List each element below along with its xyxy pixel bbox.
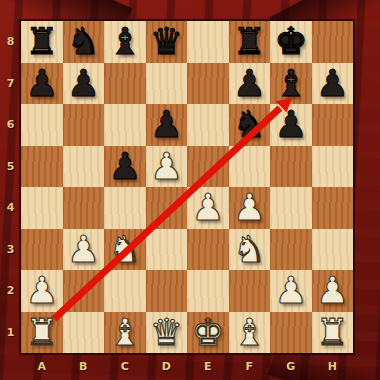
piece-white-pawn-a2[interactable]: ♟ bbox=[25, 272, 58, 309]
file-label-b: B bbox=[63, 353, 105, 380]
rank-label-1: 1 bbox=[0, 312, 21, 354]
square-d7[interactable] bbox=[146, 63, 188, 105]
piece-white-pawn-f4[interactable]: ♟ bbox=[233, 189, 266, 226]
square-f6[interactable]: ♞ bbox=[229, 104, 271, 146]
square-h3[interactable] bbox=[312, 229, 354, 271]
piece-white-pawn-g2[interactable]: ♟ bbox=[274, 272, 307, 309]
square-h8[interactable] bbox=[312, 21, 354, 63]
square-a2[interactable]: ♟ bbox=[21, 270, 63, 312]
piece-black-pawn-f7[interactable]: ♟ bbox=[233, 65, 266, 102]
piece-white-king-e1[interactable]: ♚ bbox=[191, 314, 224, 351]
piece-black-pawn-c5[interactable]: ♟ bbox=[108, 148, 141, 185]
file-label-f: F bbox=[229, 353, 271, 380]
square-e2[interactable] bbox=[187, 270, 229, 312]
square-d2[interactable] bbox=[146, 270, 188, 312]
file-label-a: A bbox=[21, 353, 63, 380]
square-d4[interactable] bbox=[146, 187, 188, 229]
square-b5[interactable] bbox=[63, 146, 105, 188]
piece-white-pawn-d5[interactable]: ♟ bbox=[150, 148, 183, 185]
piece-black-rook-a8[interactable]: ♜ bbox=[25, 23, 58, 60]
square-g3[interactable] bbox=[270, 229, 312, 271]
square-e3[interactable] bbox=[187, 229, 229, 271]
file-label-g: G bbox=[270, 353, 312, 380]
piece-white-knight-c3[interactable]: ♞ bbox=[108, 231, 141, 268]
square-g1[interactable] bbox=[270, 312, 312, 354]
square-a7[interactable]: ♟ bbox=[21, 63, 63, 105]
square-a8[interactable]: ♜ bbox=[21, 21, 63, 63]
rank-label-7: 7 bbox=[0, 63, 21, 105]
square-c2[interactable] bbox=[104, 270, 146, 312]
chess-board[interactable]: ♜♞♝♛♜♚♟♟♟♝♟♟♞♟♟♟♟♟♟♞♞♟♟♟♜♝♛♚♝♜ bbox=[21, 21, 353, 353]
square-f4[interactable]: ♟ bbox=[229, 187, 271, 229]
rank-label-8: 8 bbox=[0, 21, 21, 63]
square-b7[interactable]: ♟ bbox=[63, 63, 105, 105]
square-b1[interactable] bbox=[63, 312, 105, 354]
piece-black-rook-f8[interactable]: ♜ bbox=[233, 23, 266, 60]
piece-black-pawn-a7[interactable]: ♟ bbox=[25, 65, 58, 102]
square-c4[interactable] bbox=[104, 187, 146, 229]
square-a5[interactable] bbox=[21, 146, 63, 188]
piece-black-queen-d8[interactable]: ♛ bbox=[150, 23, 183, 60]
piece-white-pawn-e4[interactable]: ♟ bbox=[191, 189, 224, 226]
square-d3[interactable] bbox=[146, 229, 188, 271]
square-a1[interactable]: ♜ bbox=[21, 312, 63, 354]
square-c3[interactable]: ♞ bbox=[104, 229, 146, 271]
rank-label-2: 2 bbox=[0, 270, 21, 312]
rank-label-5: 5 bbox=[0, 146, 21, 188]
square-b3[interactable]: ♟ bbox=[63, 229, 105, 271]
square-c8[interactable]: ♝ bbox=[104, 21, 146, 63]
square-g4[interactable] bbox=[270, 187, 312, 229]
piece-white-bishop-c1[interactable]: ♝ bbox=[108, 314, 141, 351]
piece-white-bishop-f1[interactable]: ♝ bbox=[233, 314, 266, 351]
file-label-c: C bbox=[104, 353, 146, 380]
square-e6[interactable] bbox=[187, 104, 229, 146]
square-h5[interactable] bbox=[312, 146, 354, 188]
square-d5[interactable]: ♟ bbox=[146, 146, 188, 188]
square-a6[interactable] bbox=[21, 104, 63, 146]
square-g6[interactable]: ♟ bbox=[270, 104, 312, 146]
file-label-h: H bbox=[312, 353, 354, 380]
square-e7[interactable] bbox=[187, 63, 229, 105]
square-f7[interactable]: ♟ bbox=[229, 63, 271, 105]
square-h1[interactable]: ♜ bbox=[312, 312, 354, 354]
square-d1[interactable]: ♛ bbox=[146, 312, 188, 354]
piece-black-pawn-d6[interactable]: ♟ bbox=[150, 106, 183, 143]
square-g8[interactable]: ♚ bbox=[270, 21, 312, 63]
square-b2[interactable] bbox=[63, 270, 105, 312]
file-labels: ABCDEFGH bbox=[21, 353, 353, 380]
square-h6[interactable] bbox=[312, 104, 354, 146]
square-f1[interactable]: ♝ bbox=[229, 312, 271, 354]
rank-label-6: 6 bbox=[0, 104, 21, 146]
board-frame: 87654321 ♜♞♝♛♜♚♟♟♟♝♟♟♞♟♟♟♟♟♟♞♞♟♟♟♜♝♛♚♝♜ … bbox=[0, 0, 380, 380]
square-h2[interactable]: ♟ bbox=[312, 270, 354, 312]
square-g7[interactable]: ♝ bbox=[270, 63, 312, 105]
piece-black-knight-b8[interactable]: ♞ bbox=[67, 23, 100, 60]
square-b8[interactable]: ♞ bbox=[63, 21, 105, 63]
piece-black-king-g8[interactable]: ♚ bbox=[274, 23, 307, 60]
piece-white-knight-f3[interactable]: ♞ bbox=[233, 231, 266, 268]
square-d8[interactable]: ♛ bbox=[146, 21, 188, 63]
square-d6[interactable]: ♟ bbox=[146, 104, 188, 146]
square-b6[interactable] bbox=[63, 104, 105, 146]
piece-white-queen-d1[interactable]: ♛ bbox=[150, 314, 183, 351]
piece-black-bishop-c8[interactable]: ♝ bbox=[108, 23, 141, 60]
piece-white-pawn-h2[interactable]: ♟ bbox=[316, 272, 349, 309]
piece-white-rook-a1[interactable]: ♜ bbox=[25, 314, 58, 351]
piece-white-rook-h1[interactable]: ♜ bbox=[316, 314, 349, 351]
piece-black-pawn-g6[interactable]: ♟ bbox=[274, 106, 307, 143]
square-a3[interactable] bbox=[21, 229, 63, 271]
square-f3[interactable]: ♞ bbox=[229, 229, 271, 271]
rank-labels: 87654321 bbox=[0, 21, 21, 353]
square-f8[interactable]: ♜ bbox=[229, 21, 271, 63]
square-c6[interactable] bbox=[104, 104, 146, 146]
square-h4[interactable] bbox=[312, 187, 354, 229]
square-c7[interactable] bbox=[104, 63, 146, 105]
piece-black-bishop-g7[interactable]: ♝ bbox=[274, 65, 307, 102]
square-c5[interactable]: ♟ bbox=[104, 146, 146, 188]
square-f2[interactable] bbox=[229, 270, 271, 312]
piece-black-knight-f6[interactable]: ♞ bbox=[233, 106, 266, 143]
piece-white-pawn-b3[interactable]: ♟ bbox=[67, 231, 100, 268]
piece-black-pawn-b7[interactable]: ♟ bbox=[67, 65, 100, 102]
file-label-e: E bbox=[187, 353, 229, 380]
piece-black-pawn-h7[interactable]: ♟ bbox=[316, 65, 349, 102]
square-e5[interactable] bbox=[187, 146, 229, 188]
rank-label-4: 4 bbox=[0, 187, 21, 229]
square-h7[interactable]: ♟ bbox=[312, 63, 354, 105]
square-b4[interactable] bbox=[63, 187, 105, 229]
square-g2[interactable]: ♟ bbox=[270, 270, 312, 312]
square-c1[interactable]: ♝ bbox=[104, 312, 146, 354]
square-e4[interactable]: ♟ bbox=[187, 187, 229, 229]
square-e1[interactable]: ♚ bbox=[187, 312, 229, 354]
rank-label-3: 3 bbox=[0, 229, 21, 271]
square-f5[interactable] bbox=[229, 146, 271, 188]
file-label-d: D bbox=[146, 353, 188, 380]
square-g5[interactable] bbox=[270, 146, 312, 188]
square-e8[interactable] bbox=[187, 21, 229, 63]
square-a4[interactable] bbox=[21, 187, 63, 229]
